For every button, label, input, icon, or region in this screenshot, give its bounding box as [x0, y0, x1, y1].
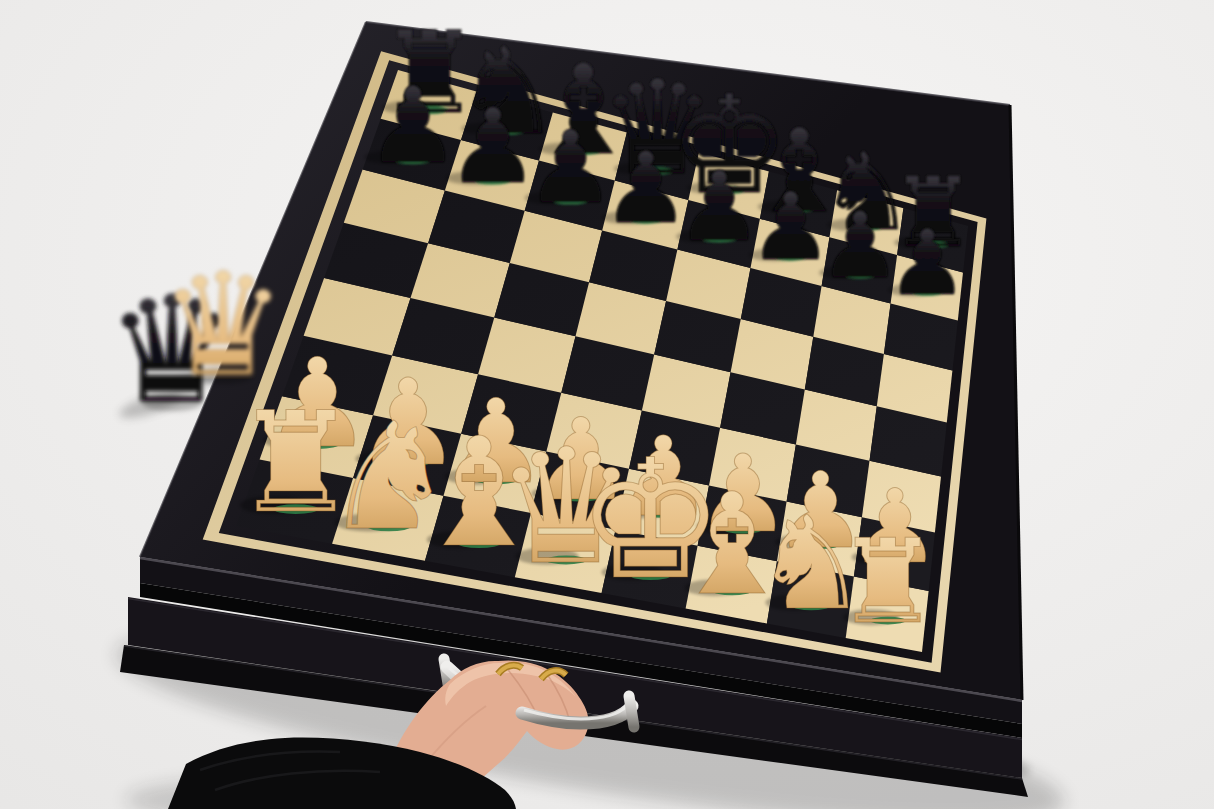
spare-white-queen[interactable]: ♛ [159, 242, 286, 407]
piece-glyph: ♜ [836, 514, 940, 649]
piece-glyph: ♟ [887, 210, 968, 315]
piece-white-rook-h1[interactable]: ♜ [836, 514, 940, 649]
scene-svg: ♜♞♝♛♚♝♞♜♟♟♟♟♟♟♟♟♟♟♟♟♟♟♟♟♜♞♝♛♚♝♞♜ ♛♛ [0, 0, 1214, 809]
piece-glyph: ♛ [159, 242, 286, 407]
piece-black-pawn-a7[interactable]: ♟ [364, 65, 460, 187]
chess-set-product-photo: ♜♞♝♛♚♝♞♜♟♟♟♟♟♟♟♟♟♟♟♟♟♟♟♟♜♞♝♛♚♝♞♜ ♛♛ [0, 0, 1214, 809]
drawer-handle-right-mount[interactable] [629, 696, 634, 727]
piece-black-pawn-h7[interactable]: ♟ [887, 210, 968, 315]
off-board-pieces: ♛♛ [106, 242, 287, 436]
